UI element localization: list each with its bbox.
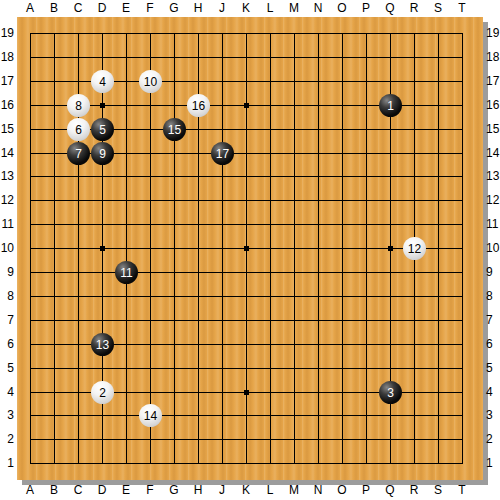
grid-line-horizontal bbox=[30, 272, 463, 273]
coord-label-bottom: F bbox=[139, 483, 161, 498]
coord-label-left: 18 bbox=[0, 50, 14, 65]
coord-label-top: P bbox=[355, 1, 377, 16]
coord-label-top: D bbox=[91, 1, 113, 16]
stone-black-Q4: 3 bbox=[379, 381, 402, 404]
grid-line-horizontal bbox=[30, 439, 463, 440]
stone-black-D6: 13 bbox=[91, 333, 114, 356]
coord-label-bottom: G bbox=[163, 483, 185, 498]
coord-label-right: 2 bbox=[486, 432, 500, 447]
coord-label-bottom: C bbox=[67, 483, 89, 498]
coord-label-left: 14 bbox=[0, 146, 14, 161]
stone-white-R10: 12 bbox=[403, 237, 426, 260]
coord-label-top: A bbox=[19, 1, 41, 16]
grid-line-horizontal bbox=[30, 415, 463, 416]
stone-white-F3: 14 bbox=[139, 404, 162, 427]
coord-label-top: N bbox=[307, 1, 329, 16]
coord-label-bottom: L bbox=[259, 483, 281, 498]
stone-black-J14: 17 bbox=[211, 142, 234, 165]
coord-label-top: J bbox=[211, 1, 233, 16]
stone-white-D17: 4 bbox=[91, 70, 114, 93]
stone-black-E9: 11 bbox=[115, 261, 138, 284]
stone-white-H16: 16 bbox=[187, 94, 210, 117]
stone-white-F17: 10 bbox=[139, 70, 162, 93]
coord-label-right: 8 bbox=[486, 289, 500, 304]
coord-label-left: 13 bbox=[0, 169, 14, 184]
coord-label-right: 11 bbox=[486, 217, 500, 232]
grid-line-horizontal bbox=[30, 463, 463, 464]
stone-black-Q16: 1 bbox=[379, 94, 402, 117]
coord-label-left: 16 bbox=[0, 98, 14, 113]
grid-line-horizontal bbox=[30, 200, 463, 201]
coord-label-bottom: J bbox=[211, 483, 233, 498]
coord-label-bottom: P bbox=[355, 483, 377, 498]
coord-label-top: B bbox=[43, 1, 65, 16]
star-point bbox=[388, 246, 393, 251]
coord-label-bottom: E bbox=[115, 483, 137, 498]
stone-white-C16: 8 bbox=[67, 94, 90, 117]
coord-label-right: 16 bbox=[486, 98, 500, 113]
coord-label-right: 9 bbox=[486, 265, 500, 280]
coord-label-right: 6 bbox=[486, 337, 500, 352]
coord-label-right: 10 bbox=[486, 241, 500, 256]
coord-label-right: 1 bbox=[486, 456, 500, 471]
coord-label-left: 10 bbox=[0, 241, 14, 256]
coord-label-left: 4 bbox=[0, 385, 14, 400]
coord-label-left: 17 bbox=[0, 74, 14, 89]
coord-label-right: 13 bbox=[486, 169, 500, 184]
goban[interactable]: 1234567891011121314151617 bbox=[17, 17, 483, 480]
coord-label-right: 15 bbox=[486, 122, 500, 137]
grid-line-horizontal bbox=[30, 224, 463, 225]
coord-label-bottom: B bbox=[43, 483, 65, 498]
coord-label-top: L bbox=[259, 1, 281, 16]
coord-label-left: 12 bbox=[0, 193, 14, 208]
coord-label-left: 5 bbox=[0, 361, 14, 376]
coord-label-left: 2 bbox=[0, 432, 14, 447]
coord-label-bottom: O bbox=[331, 483, 353, 498]
coord-label-left: 11 bbox=[0, 217, 14, 232]
coord-label-top: R bbox=[403, 1, 425, 16]
coord-label-left: 1 bbox=[0, 456, 14, 471]
coord-label-right: 5 bbox=[486, 361, 500, 376]
grid-line-horizontal bbox=[30, 176, 463, 177]
star-point bbox=[100, 103, 105, 108]
coord-label-right: 14 bbox=[486, 146, 500, 161]
stone-black-D15: 5 bbox=[91, 118, 114, 141]
coord-label-top: E bbox=[115, 1, 137, 16]
stone-white-C15: 6 bbox=[67, 118, 90, 141]
grid-line-horizontal bbox=[30, 33, 463, 34]
coord-label-left: 9 bbox=[0, 265, 14, 280]
coord-label-right: 18 bbox=[486, 50, 500, 65]
coord-label-bottom: N bbox=[307, 483, 329, 498]
coord-label-right: 17 bbox=[486, 74, 500, 89]
coord-label-bottom: K bbox=[235, 483, 257, 498]
coord-label-left: 7 bbox=[0, 313, 14, 328]
coord-label-right: 3 bbox=[486, 408, 500, 423]
grid-line-horizontal bbox=[30, 320, 463, 321]
coord-label-right: 12 bbox=[486, 193, 500, 208]
star-point bbox=[244, 103, 249, 108]
coord-label-right: 7 bbox=[486, 313, 500, 328]
coord-label-top: T bbox=[451, 1, 473, 16]
coord-label-top: H bbox=[187, 1, 209, 16]
coord-label-left: 19 bbox=[0, 26, 14, 41]
coord-label-top: O bbox=[331, 1, 353, 16]
stone-black-C14: 7 bbox=[67, 142, 90, 165]
coord-label-right: 19 bbox=[486, 26, 500, 41]
coord-label-bottom: A bbox=[19, 483, 41, 498]
grid-line-horizontal bbox=[30, 296, 463, 297]
coord-label-bottom: R bbox=[403, 483, 425, 498]
coord-label-top: K bbox=[235, 1, 257, 16]
star-point bbox=[244, 246, 249, 251]
coord-label-top: Q bbox=[379, 1, 401, 16]
stone-black-D14: 9 bbox=[91, 142, 114, 165]
grid-line-horizontal bbox=[30, 57, 463, 58]
coord-label-top: S bbox=[427, 1, 449, 16]
coord-label-bottom: D bbox=[91, 483, 113, 498]
go-diagram: 1234567891011121314151617 AABBCCDDEEFFGG… bbox=[0, 0, 500, 500]
stone-white-D4: 2 bbox=[91, 381, 114, 404]
grid-line-horizontal bbox=[30, 368, 463, 369]
star-point bbox=[100, 246, 105, 251]
coord-label-bottom: M bbox=[283, 483, 305, 498]
coord-label-top: C bbox=[67, 1, 89, 16]
coord-label-bottom: T bbox=[451, 483, 473, 498]
coord-label-top: G bbox=[163, 1, 185, 16]
coord-label-left: 8 bbox=[0, 289, 14, 304]
star-point bbox=[244, 390, 249, 395]
coord-label-bottom: S bbox=[427, 483, 449, 498]
coord-label-bottom: H bbox=[187, 483, 209, 498]
coord-label-top: M bbox=[283, 1, 305, 16]
coord-label-right: 4 bbox=[486, 385, 500, 400]
coord-label-left: 3 bbox=[0, 408, 14, 423]
coord-label-bottom: Q bbox=[379, 483, 401, 498]
coord-label-left: 15 bbox=[0, 122, 14, 137]
coord-label-top: F bbox=[139, 1, 161, 16]
coord-label-left: 6 bbox=[0, 337, 14, 352]
stone-black-G15: 15 bbox=[163, 118, 186, 141]
